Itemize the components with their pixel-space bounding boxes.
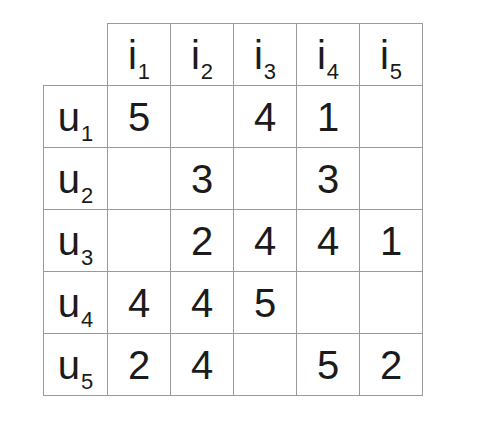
cell-u5-i3 xyxy=(234,334,297,396)
header-cell-i1: i1 xyxy=(108,23,171,86)
cell-u3-i2: 2 xyxy=(171,210,234,272)
cell-u5-i4: 5 xyxy=(297,334,360,396)
header-base: i xyxy=(317,33,326,77)
cell-u3-i3: 4 xyxy=(234,210,297,272)
row-label-subscript: 3 xyxy=(81,245,93,270)
cell-u4-i5 xyxy=(360,272,423,334)
cell-u4-i2: 4 xyxy=(171,272,234,334)
header-cell-i2: i2 xyxy=(171,23,234,86)
row-label-base: u xyxy=(58,343,80,387)
row-label-base: u xyxy=(58,95,80,139)
cell-u2-i1 xyxy=(108,148,171,210)
row-label-subscript: 4 xyxy=(81,307,93,332)
row-label-base: u xyxy=(58,219,80,263)
row-label-u1: u1 xyxy=(43,86,108,148)
cell-u3-i1 xyxy=(108,210,171,272)
header-subscript: 2 xyxy=(201,59,213,84)
header-cell-i5: i5 xyxy=(360,23,423,86)
row-label-u4: u4 xyxy=(43,272,108,334)
header-subscript: 5 xyxy=(390,59,402,84)
row-label-u3: u3 xyxy=(43,210,108,272)
header-subscript: 3 xyxy=(264,59,276,84)
row-label-subscript: 2 xyxy=(81,183,93,208)
cell-u5-i1: 2 xyxy=(108,334,171,396)
cell-u3-i5: 1 xyxy=(360,210,423,272)
cell-u4-i1: 4 xyxy=(108,272,171,334)
cell-u2-i3 xyxy=(234,148,297,210)
cell-u1-i2 xyxy=(171,86,234,148)
header-base: i xyxy=(254,33,263,77)
header-cell-i4: i4 xyxy=(297,23,360,86)
cell-u2-i5 xyxy=(360,148,423,210)
cell-u4-i3: 5 xyxy=(234,272,297,334)
cell-u1-i5 xyxy=(360,86,423,148)
cell-u5-i2: 4 xyxy=(171,334,234,396)
header-base: i xyxy=(128,33,137,77)
cell-u4-i4 xyxy=(297,272,360,334)
corner-cell xyxy=(43,23,108,86)
row-label-base: u xyxy=(58,281,80,325)
header-subscript: 1 xyxy=(138,59,150,84)
cell-u1-i4: 1 xyxy=(297,86,360,148)
cell-u5-i5: 2 xyxy=(360,334,423,396)
row-label-u2: u2 xyxy=(43,148,108,210)
cell-u2-i4: 3 xyxy=(297,148,360,210)
cell-u2-i2: 3 xyxy=(171,148,234,210)
rating-matrix: i1 i2 i3 i4 i5 u1 5 4 1 u2 3 3 xyxy=(43,23,423,396)
page: i1 i2 i3 i4 i5 u1 5 4 1 u2 3 3 xyxy=(0,0,477,428)
row-label-u5: u5 xyxy=(43,334,108,396)
cell-u3-i4: 4 xyxy=(297,210,360,272)
row-label-base: u xyxy=(58,157,80,201)
cell-u1-i1: 5 xyxy=(108,86,171,148)
header-base: i xyxy=(380,33,389,77)
header-cell-i3: i3 xyxy=(234,23,297,86)
header-subscript: 4 xyxy=(327,59,339,84)
cell-u1-i3: 4 xyxy=(234,86,297,148)
header-base: i xyxy=(191,33,200,77)
row-label-subscript: 1 xyxy=(81,121,93,146)
row-label-subscript: 5 xyxy=(81,369,93,394)
